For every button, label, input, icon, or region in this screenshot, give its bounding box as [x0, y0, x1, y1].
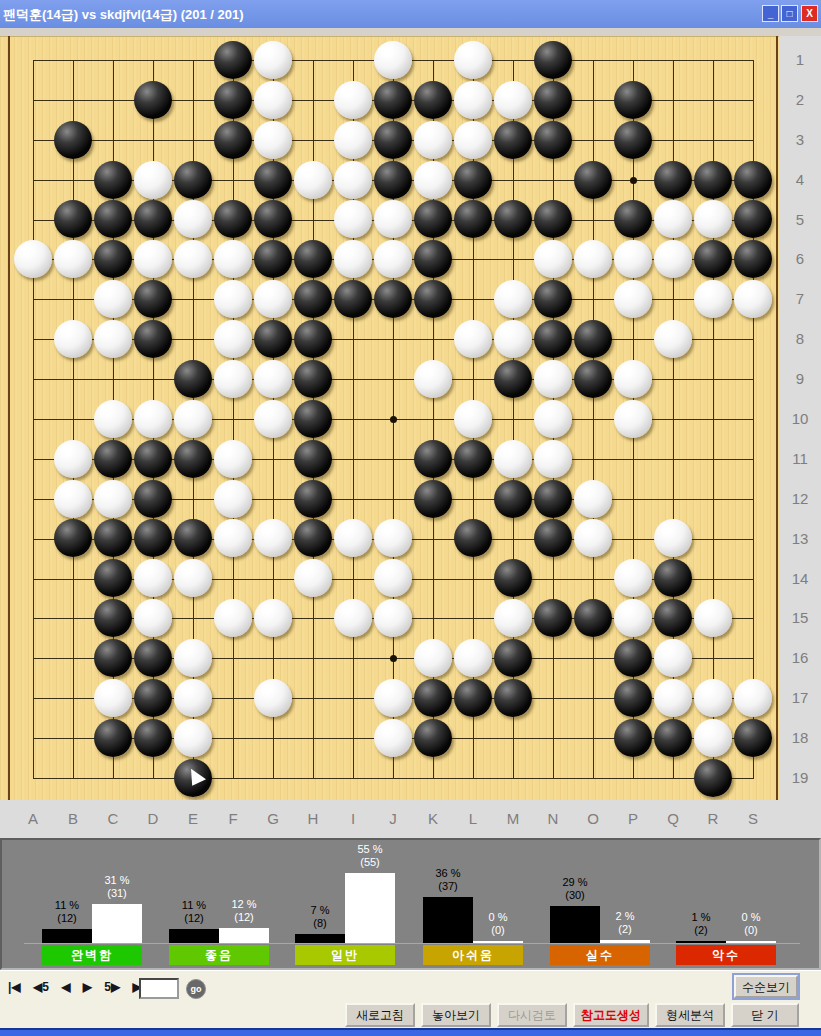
board-intersection-F11[interactable] [213, 439, 253, 479]
board-intersection-S19[interactable] [733, 758, 773, 798]
board-intersection-C9[interactable] [93, 359, 133, 399]
board-intersection-F2[interactable] [213, 80, 253, 120]
board-intersection-D19[interactable] [133, 758, 173, 798]
board-intersection-Q4[interactable] [653, 160, 693, 200]
board-intersection-E13[interactable] [173, 519, 213, 559]
board-intersection-P14[interactable] [613, 558, 653, 598]
board-intersection-C11[interactable] [93, 439, 133, 479]
board-intersection-R8[interactable] [693, 319, 733, 359]
board-intersection-P12[interactable] [613, 479, 653, 519]
board-intersection-M11[interactable] [493, 439, 533, 479]
board-intersection-E4[interactable] [173, 160, 213, 200]
board-intersection-C5[interactable] [93, 200, 133, 240]
board-intersection-L18[interactable] [453, 718, 493, 758]
position-analysis-button[interactable]: 형세분석 [655, 1003, 725, 1027]
board-intersection-J2[interactable] [373, 80, 413, 120]
board-intersection-O6[interactable] [573, 239, 613, 279]
board-intersection-C15[interactable] [93, 598, 133, 638]
board-intersection-R9[interactable] [693, 359, 733, 399]
board-intersection-N7[interactable] [533, 279, 573, 319]
board-intersection-M6[interactable] [493, 239, 533, 279]
board-intersection-I10[interactable] [333, 399, 373, 439]
board-intersection-G19[interactable] [253, 758, 293, 798]
board-intersection-L13[interactable] [453, 519, 493, 559]
board-intersection-A3[interactable] [13, 120, 53, 160]
board-intersection-A7[interactable] [13, 279, 53, 319]
board-intersection-J1[interactable] [373, 40, 413, 80]
board-intersection-G16[interactable] [253, 638, 293, 678]
board-intersection-Q5[interactable] [653, 200, 693, 240]
board-intersection-J8[interactable] [373, 319, 413, 359]
board-intersection-A6[interactable] [13, 239, 53, 279]
board-intersection-F14[interactable] [213, 558, 253, 598]
board-intersection-L6[interactable] [453, 239, 493, 279]
board-intersection-L3[interactable] [453, 120, 493, 160]
board-intersection-E19[interactable] [173, 758, 213, 798]
board-intersection-S12[interactable] [733, 479, 773, 519]
board-intersection-J9[interactable] [373, 359, 413, 399]
board-intersection-F5[interactable] [213, 200, 253, 240]
board-intersection-C10[interactable] [93, 399, 133, 439]
board-intersection-A16[interactable] [13, 638, 53, 678]
board-intersection-F12[interactable] [213, 479, 253, 519]
board-intersection-A5[interactable] [13, 200, 53, 240]
board-intersection-G14[interactable] [253, 558, 293, 598]
board-intersection-E10[interactable] [173, 399, 213, 439]
board-intersection-L1[interactable] [453, 40, 493, 80]
board-intersection-K1[interactable] [413, 40, 453, 80]
board-intersection-D5[interactable] [133, 200, 173, 240]
nav-forward5-icon[interactable]: 5▶ [104, 980, 120, 994]
board-intersection-K5[interactable] [413, 200, 453, 240]
board-intersection-H10[interactable] [293, 399, 333, 439]
board-intersection-O11[interactable] [573, 439, 613, 479]
board-intersection-B19[interactable] [53, 758, 93, 798]
board-intersection-C16[interactable] [93, 638, 133, 678]
board-intersection-C14[interactable] [93, 558, 133, 598]
try-moves-button[interactable]: 놓아보기 [421, 1003, 491, 1027]
board-intersection-N17[interactable] [533, 678, 573, 718]
board-intersection-L10[interactable] [453, 399, 493, 439]
board-intersection-K9[interactable] [413, 359, 453, 399]
board-intersection-A12[interactable] [13, 479, 53, 519]
board-intersection-N13[interactable] [533, 519, 573, 559]
board-intersection-B2[interactable] [53, 80, 93, 120]
board-intersection-S9[interactable] [733, 359, 773, 399]
board-intersection-I17[interactable] [333, 678, 373, 718]
show-moves-button[interactable]: 수순보기 [734, 975, 798, 998]
board-intersection-K19[interactable] [413, 758, 453, 798]
board-intersection-Q19[interactable] [653, 758, 693, 798]
board-intersection-R4[interactable] [693, 160, 733, 200]
board-intersection-B8[interactable] [53, 319, 93, 359]
board-intersection-H15[interactable] [293, 598, 333, 638]
board-intersection-G9[interactable] [253, 359, 293, 399]
board-intersection-G15[interactable] [253, 598, 293, 638]
board-intersection-A19[interactable] [13, 758, 53, 798]
board-intersection-P17[interactable] [613, 678, 653, 718]
board-intersection-B13[interactable] [53, 519, 93, 559]
board-intersection-P6[interactable] [613, 239, 653, 279]
board-intersection-P5[interactable] [613, 200, 653, 240]
board-intersection-F7[interactable] [213, 279, 253, 319]
board-intersection-J18[interactable] [373, 718, 413, 758]
board-intersection-N6[interactable] [533, 239, 573, 279]
board-intersection-D16[interactable] [133, 638, 173, 678]
board-intersection-K13[interactable] [413, 519, 453, 559]
board-intersection-O17[interactable] [573, 678, 613, 718]
board-intersection-J13[interactable] [373, 519, 413, 559]
board-intersection-S17[interactable] [733, 678, 773, 718]
board-intersection-R12[interactable] [693, 479, 733, 519]
board-intersection-H9[interactable] [293, 359, 333, 399]
board-intersection-I2[interactable] [333, 80, 373, 120]
board-intersection-M16[interactable] [493, 638, 533, 678]
board-intersection-P9[interactable] [613, 359, 653, 399]
board-intersection-S5[interactable] [733, 200, 773, 240]
board-intersection-D13[interactable] [133, 519, 173, 559]
board-intersection-Q3[interactable] [653, 120, 693, 160]
board-intersection-K18[interactable] [413, 718, 453, 758]
board-intersection-H3[interactable] [293, 120, 333, 160]
board-intersection-I13[interactable] [333, 519, 373, 559]
board-intersection-E9[interactable] [173, 359, 213, 399]
board-intersection-N12[interactable] [533, 479, 573, 519]
nav-back-icon[interactable]: ◀ [61, 980, 70, 994]
board-intersection-L7[interactable] [453, 279, 493, 319]
board-intersection-R13[interactable] [693, 519, 733, 559]
board-intersection-N16[interactable] [533, 638, 573, 678]
board-intersection-K3[interactable] [413, 120, 453, 160]
board-intersection-A2[interactable] [13, 80, 53, 120]
board-intersection-F16[interactable] [213, 638, 253, 678]
board-intersection-N19[interactable] [533, 758, 573, 798]
board-intersection-F19[interactable] [213, 758, 253, 798]
board-intersection-D9[interactable] [133, 359, 173, 399]
board-intersection-R2[interactable] [693, 80, 733, 120]
board-intersection-R19[interactable] [693, 758, 733, 798]
board-intersection-A9[interactable] [13, 359, 53, 399]
board-intersection-E15[interactable] [173, 598, 213, 638]
board-intersection-S16[interactable] [733, 638, 773, 678]
board-intersection-L4[interactable] [453, 160, 493, 200]
board-intersection-E6[interactable] [173, 239, 213, 279]
board-intersection-G4[interactable] [253, 160, 293, 200]
board-intersection-P11[interactable] [613, 439, 653, 479]
board-intersection-B14[interactable] [53, 558, 93, 598]
board-intersection-N3[interactable] [533, 120, 573, 160]
board-intersection-J12[interactable] [373, 479, 413, 519]
board-intersection-O12[interactable] [573, 479, 613, 519]
go-board[interactable] [13, 40, 773, 798]
board-intersection-G17[interactable] [253, 678, 293, 718]
board-intersection-R16[interactable] [693, 638, 733, 678]
board-intersection-D8[interactable] [133, 319, 173, 359]
board-intersection-P3[interactable] [613, 120, 653, 160]
board-intersection-N18[interactable] [533, 718, 573, 758]
board-intersection-O2[interactable] [573, 80, 613, 120]
board-intersection-O9[interactable] [573, 359, 613, 399]
board-intersection-N1[interactable] [533, 40, 573, 80]
board-intersection-R1[interactable] [693, 40, 733, 80]
board-intersection-R14[interactable] [693, 558, 733, 598]
board-intersection-G5[interactable] [253, 200, 293, 240]
board-intersection-I14[interactable] [333, 558, 373, 598]
board-intersection-G2[interactable] [253, 80, 293, 120]
board-intersection-E2[interactable] [173, 80, 213, 120]
board-intersection-J15[interactable] [373, 598, 413, 638]
minimize-icon[interactable]: _ [762, 5, 779, 22]
board-intersection-R17[interactable] [693, 678, 733, 718]
board-intersection-Q15[interactable] [653, 598, 693, 638]
board-intersection-L9[interactable] [453, 359, 493, 399]
board-intersection-B18[interactable] [53, 718, 93, 758]
board-intersection-L16[interactable] [453, 638, 493, 678]
board-intersection-H13[interactable] [293, 519, 333, 559]
board-intersection-A8[interactable] [13, 319, 53, 359]
board-intersection-G6[interactable] [253, 239, 293, 279]
board-intersection-K6[interactable] [413, 239, 453, 279]
board-intersection-B6[interactable] [53, 239, 93, 279]
board-intersection-L15[interactable] [453, 598, 493, 638]
board-intersection-G7[interactable] [253, 279, 293, 319]
board-intersection-R18[interactable] [693, 718, 733, 758]
board-intersection-B1[interactable] [53, 40, 93, 80]
board-intersection-P4[interactable] [613, 160, 653, 200]
board-intersection-H16[interactable] [293, 638, 333, 678]
close-icon[interactable]: X [801, 5, 818, 22]
board-intersection-E12[interactable] [173, 479, 213, 519]
board-intersection-J4[interactable] [373, 160, 413, 200]
board-intersection-H1[interactable] [293, 40, 333, 80]
board-intersection-C18[interactable] [93, 718, 133, 758]
board-intersection-M5[interactable] [493, 200, 533, 240]
board-intersection-G10[interactable] [253, 399, 293, 439]
board-intersection-P7[interactable] [613, 279, 653, 319]
board-intersection-M4[interactable] [493, 160, 533, 200]
board-intersection-R11[interactable] [693, 439, 733, 479]
board-intersection-N10[interactable] [533, 399, 573, 439]
board-intersection-Q11[interactable] [653, 439, 693, 479]
board-intersection-J3[interactable] [373, 120, 413, 160]
board-intersection-F6[interactable] [213, 239, 253, 279]
board-intersection-D1[interactable] [133, 40, 173, 80]
board-intersection-F9[interactable] [213, 359, 253, 399]
board-intersection-F13[interactable] [213, 519, 253, 559]
board-intersection-I3[interactable] [333, 120, 373, 160]
board-intersection-H7[interactable] [293, 279, 333, 319]
board-intersection-P13[interactable] [613, 519, 653, 559]
board-intersection-M18[interactable] [493, 718, 533, 758]
board-intersection-Q14[interactable] [653, 558, 693, 598]
board-intersection-A17[interactable] [13, 678, 53, 718]
board-intersection-B15[interactable] [53, 598, 93, 638]
board-intersection-M12[interactable] [493, 479, 533, 519]
board-intersection-L12[interactable] [453, 479, 493, 519]
board-intersection-B17[interactable] [53, 678, 93, 718]
board-intersection-A10[interactable] [13, 399, 53, 439]
board-intersection-D12[interactable] [133, 479, 173, 519]
board-intersection-B16[interactable] [53, 638, 93, 678]
board-intersection-A18[interactable] [13, 718, 53, 758]
board-intersection-D15[interactable] [133, 598, 173, 638]
board-intersection-F4[interactable] [213, 160, 253, 200]
board-intersection-E3[interactable] [173, 120, 213, 160]
board-intersection-D18[interactable] [133, 718, 173, 758]
board-intersection-E17[interactable] [173, 678, 213, 718]
nav-forward-icon[interactable]: ▶ [83, 980, 92, 994]
board-intersection-E11[interactable] [173, 439, 213, 479]
board-intersection-G11[interactable] [253, 439, 293, 479]
board-intersection-F18[interactable] [213, 718, 253, 758]
reference-diagram-button[interactable]: 참고도생성 [573, 1003, 649, 1027]
board-intersection-D10[interactable] [133, 399, 173, 439]
board-intersection-M10[interactable] [493, 399, 533, 439]
board-intersection-F17[interactable] [213, 678, 253, 718]
board-intersection-Q10[interactable] [653, 399, 693, 439]
board-intersection-A1[interactable] [13, 40, 53, 80]
board-intersection-A15[interactable] [13, 598, 53, 638]
board-intersection-C2[interactable] [93, 80, 133, 120]
board-intersection-R6[interactable] [693, 239, 733, 279]
board-intersection-M2[interactable] [493, 80, 533, 120]
board-intersection-E7[interactable] [173, 279, 213, 319]
move-number-input[interactable] [139, 978, 179, 999]
board-intersection-G1[interactable] [253, 40, 293, 80]
board-intersection-J11[interactable] [373, 439, 413, 479]
board-intersection-F1[interactable] [213, 40, 253, 80]
board-intersection-S1[interactable] [733, 40, 773, 80]
board-intersection-C19[interactable] [93, 758, 133, 798]
board-intersection-I6[interactable] [333, 239, 373, 279]
board-intersection-K4[interactable] [413, 160, 453, 200]
board-intersection-E1[interactable] [173, 40, 213, 80]
board-intersection-G3[interactable] [253, 120, 293, 160]
board-intersection-O16[interactable] [573, 638, 613, 678]
board-intersection-S7[interactable] [733, 279, 773, 319]
board-intersection-E5[interactable] [173, 200, 213, 240]
board-intersection-I8[interactable] [333, 319, 373, 359]
board-intersection-J10[interactable] [373, 399, 413, 439]
board-intersection-N9[interactable] [533, 359, 573, 399]
close-button[interactable]: 닫 기 [731, 1003, 799, 1027]
board-intersection-F15[interactable] [213, 598, 253, 638]
board-intersection-D6[interactable] [133, 239, 173, 279]
board-intersection-L19[interactable] [453, 758, 493, 798]
board-intersection-J5[interactable] [373, 200, 413, 240]
board-intersection-H17[interactable] [293, 678, 333, 718]
board-intersection-M8[interactable] [493, 319, 533, 359]
board-intersection-Q18[interactable] [653, 718, 693, 758]
board-intersection-Q1[interactable] [653, 40, 693, 80]
board-intersection-M15[interactable] [493, 598, 533, 638]
board-intersection-J14[interactable] [373, 558, 413, 598]
board-intersection-C17[interactable] [93, 678, 133, 718]
board-intersection-L2[interactable] [453, 80, 493, 120]
board-intersection-B5[interactable] [53, 200, 93, 240]
board-intersection-L11[interactable] [453, 439, 493, 479]
refresh-button[interactable]: 새로고침 [345, 1003, 415, 1027]
board-intersection-B10[interactable] [53, 399, 93, 439]
board-intersection-S14[interactable] [733, 558, 773, 598]
board-intersection-M13[interactable] [493, 519, 533, 559]
board-intersection-I4[interactable] [333, 160, 373, 200]
board-intersection-K12[interactable] [413, 479, 453, 519]
board-intersection-Q7[interactable] [653, 279, 693, 319]
board-intersection-K10[interactable] [413, 399, 453, 439]
board-intersection-S3[interactable] [733, 120, 773, 160]
board-intersection-K14[interactable] [413, 558, 453, 598]
maximize-icon[interactable]: □ [781, 5, 798, 22]
board-intersection-H19[interactable] [293, 758, 333, 798]
board-intersection-I12[interactable] [333, 479, 373, 519]
board-intersection-C8[interactable] [93, 319, 133, 359]
board-intersection-I9[interactable] [333, 359, 373, 399]
board-intersection-R7[interactable] [693, 279, 733, 319]
board-intersection-K2[interactable] [413, 80, 453, 120]
board-intersection-A11[interactable] [13, 439, 53, 479]
board-intersection-J19[interactable] [373, 758, 413, 798]
board-intersection-H14[interactable] [293, 558, 333, 598]
board-intersection-J6[interactable] [373, 239, 413, 279]
board-intersection-N15[interactable] [533, 598, 573, 638]
board-intersection-I1[interactable] [333, 40, 373, 80]
board-intersection-J7[interactable] [373, 279, 413, 319]
board-intersection-A14[interactable] [13, 558, 53, 598]
board-intersection-S2[interactable] [733, 80, 773, 120]
board-intersection-P8[interactable] [613, 319, 653, 359]
board-intersection-M14[interactable] [493, 558, 533, 598]
board-intersection-S13[interactable] [733, 519, 773, 559]
board-intersection-L5[interactable] [453, 200, 493, 240]
board-intersection-D7[interactable] [133, 279, 173, 319]
board-intersection-F8[interactable] [213, 319, 253, 359]
board-intersection-Q13[interactable] [653, 519, 693, 559]
board-intersection-P10[interactable] [613, 399, 653, 439]
board-intersection-L8[interactable] [453, 319, 493, 359]
board-intersection-S8[interactable] [733, 319, 773, 359]
board-intersection-D14[interactable] [133, 558, 173, 598]
board-intersection-I11[interactable] [333, 439, 373, 479]
board-intersection-C1[interactable] [93, 40, 133, 80]
nav-back5-icon[interactable]: ◀5 [33, 980, 49, 994]
board-intersection-K16[interactable] [413, 638, 453, 678]
board-intersection-M9[interactable] [493, 359, 533, 399]
board-intersection-M17[interactable] [493, 678, 533, 718]
board-intersection-I18[interactable] [333, 718, 373, 758]
board-intersection-H18[interactable] [293, 718, 333, 758]
board-intersection-H5[interactable] [293, 200, 333, 240]
board-intersection-C7[interactable] [93, 279, 133, 319]
board-intersection-O1[interactable] [573, 40, 613, 80]
board-intersection-P15[interactable] [613, 598, 653, 638]
board-intersection-P1[interactable] [613, 40, 653, 80]
board-intersection-S10[interactable] [733, 399, 773, 439]
board-intersection-S4[interactable] [733, 160, 773, 200]
board-intersection-A4[interactable] [13, 160, 53, 200]
board-intersection-J17[interactable] [373, 678, 413, 718]
board-intersection-B11[interactable] [53, 439, 93, 479]
board-intersection-D17[interactable] [133, 678, 173, 718]
board-intersection-D3[interactable] [133, 120, 173, 160]
board-intersection-B4[interactable] [53, 160, 93, 200]
board-intersection-P2[interactable] [613, 80, 653, 120]
board-intersection-R15[interactable] [693, 598, 733, 638]
board-intersection-H4[interactable] [293, 160, 333, 200]
board-intersection-H12[interactable] [293, 479, 333, 519]
board-intersection-N5[interactable] [533, 200, 573, 240]
board-intersection-C6[interactable] [93, 239, 133, 279]
